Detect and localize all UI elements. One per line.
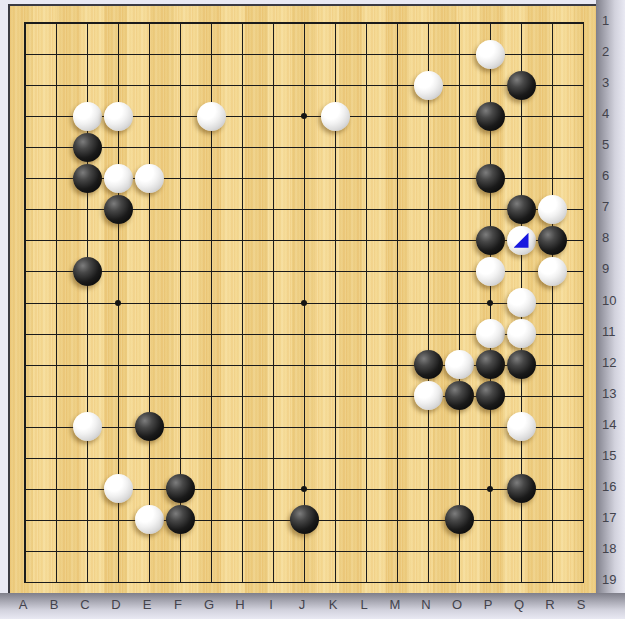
board-point-R17[interactable] (537, 504, 568, 535)
board-point-D6[interactable] (103, 163, 134, 194)
board-point-N16[interactable] (413, 473, 444, 504)
board-point-B18[interactable] (41, 535, 72, 566)
board-point-P4[interactable] (475, 101, 506, 132)
board-point-L7[interactable] (351, 194, 382, 225)
board-point-N2[interactable] (413, 39, 444, 70)
board-point-S3[interactable] (568, 70, 599, 101)
board-point-K12[interactable] (320, 349, 351, 380)
stone-black-P4[interactable] (476, 102, 505, 131)
board-point-K4[interactable] (320, 101, 351, 132)
board-point-G7[interactable] (196, 194, 227, 225)
stone-black-E14[interactable] (135, 412, 164, 441)
board-point-F18[interactable] (165, 535, 196, 566)
stone-white-G4[interactable] (197, 102, 226, 131)
board-point-F15[interactable] (165, 442, 196, 473)
board-point-A1[interactable] (10, 8, 41, 39)
board-point-N12[interactable] (413, 349, 444, 380)
board-point-C5[interactable] (72, 132, 103, 163)
board-point-J8[interactable] (289, 225, 320, 256)
board-point-D15[interactable] (103, 442, 134, 473)
board-point-R18[interactable] (537, 535, 568, 566)
board-point-G18[interactable] (196, 535, 227, 566)
board-point-C17[interactable] (72, 504, 103, 535)
board-point-P3[interactable] (475, 70, 506, 101)
board-point-Q3[interactable] (506, 70, 537, 101)
board-point-O8[interactable] (444, 225, 475, 256)
board-point-A7[interactable] (10, 194, 41, 225)
board-point-G14[interactable] (196, 411, 227, 442)
board-point-L11[interactable] (351, 318, 382, 349)
board-point-J1[interactable] (289, 8, 320, 39)
board-point-Q16[interactable] (506, 473, 537, 504)
stone-white-D4[interactable] (104, 102, 133, 131)
board-point-D17[interactable] (103, 504, 134, 535)
board-point-R10[interactable] (537, 287, 568, 318)
board-point-O5[interactable] (444, 132, 475, 163)
board-point-G11[interactable] (196, 318, 227, 349)
board-point-M15[interactable] (382, 442, 413, 473)
board-point-F13[interactable] (165, 380, 196, 411)
board-point-F7[interactable] (165, 194, 196, 225)
board-point-C7[interactable] (72, 194, 103, 225)
board-point-A11[interactable] (10, 318, 41, 349)
board-point-R6[interactable] (537, 163, 568, 194)
board-point-H9[interactable] (227, 256, 258, 287)
board-point-M7[interactable] (382, 194, 413, 225)
stone-black-P6[interactable] (476, 164, 505, 193)
board-point-S8[interactable] (568, 225, 599, 256)
board-point-K1[interactable] (320, 8, 351, 39)
board-point-D2[interactable] (103, 39, 134, 70)
stone-black-P8[interactable] (476, 226, 505, 255)
board-point-R7[interactable] (537, 194, 568, 225)
board-point-H18[interactable] (227, 535, 258, 566)
stone-black-Q7[interactable] (507, 195, 536, 224)
board-point-M16[interactable] (382, 473, 413, 504)
board-point-R5[interactable] (537, 132, 568, 163)
board-point-J5[interactable] (289, 132, 320, 163)
board-point-F4[interactable] (165, 101, 196, 132)
board-point-K2[interactable] (320, 39, 351, 70)
board-point-Q1[interactable] (506, 8, 537, 39)
board-point-E11[interactable] (134, 318, 165, 349)
board-point-M9[interactable] (382, 256, 413, 287)
board-point-C10[interactable] (72, 287, 103, 318)
board-point-N6[interactable] (413, 163, 444, 194)
board-point-F11[interactable] (165, 318, 196, 349)
stone-white-N3[interactable] (414, 71, 443, 100)
stone-white-Q14[interactable] (507, 412, 536, 441)
stone-black-P12[interactable] (476, 350, 505, 379)
board-point-I3[interactable] (258, 70, 289, 101)
stone-white-K4[interactable] (321, 102, 350, 131)
stone-white-R9[interactable] (538, 257, 567, 286)
board-point-O14[interactable] (444, 411, 475, 442)
board-point-I16[interactable] (258, 473, 289, 504)
board-point-O11[interactable] (444, 318, 475, 349)
stone-white-D16[interactable] (104, 474, 133, 503)
board-point-L1[interactable] (351, 8, 382, 39)
board-point-S16[interactable] (568, 473, 599, 504)
board-point-R13[interactable] (537, 380, 568, 411)
board-point-H6[interactable] (227, 163, 258, 194)
board-point-N15[interactable] (413, 442, 444, 473)
board-point-H2[interactable] (227, 39, 258, 70)
board-point-I7[interactable] (258, 194, 289, 225)
board-point-J13[interactable] (289, 380, 320, 411)
board-point-O4[interactable] (444, 101, 475, 132)
board-point-H5[interactable] (227, 132, 258, 163)
board-point-Q14[interactable] (506, 411, 537, 442)
board-point-K7[interactable] (320, 194, 351, 225)
board-point-C9[interactable] (72, 256, 103, 287)
board-point-I15[interactable] (258, 442, 289, 473)
board-point-C1[interactable] (72, 8, 103, 39)
board-point-I1[interactable] (258, 8, 289, 39)
board-point-N7[interactable] (413, 194, 444, 225)
board-point-E15[interactable] (134, 442, 165, 473)
board-point-D7[interactable] (103, 194, 134, 225)
board-point-B5[interactable] (41, 132, 72, 163)
board-point-E8[interactable] (134, 225, 165, 256)
board-point-N1[interactable] (413, 8, 444, 39)
board-point-P14[interactable] (475, 411, 506, 442)
board-point-F5[interactable] (165, 132, 196, 163)
board-point-L18[interactable] (351, 535, 382, 566)
board-point-A17[interactable] (10, 504, 41, 535)
board-point-P1[interactable] (475, 8, 506, 39)
board-point-H4[interactable] (227, 101, 258, 132)
board-point-E9[interactable] (134, 256, 165, 287)
board-point-J15[interactable] (289, 442, 320, 473)
board-point-H15[interactable] (227, 442, 258, 473)
board-point-B9[interactable] (41, 256, 72, 287)
board-point-R9[interactable] (537, 256, 568, 287)
board-point-F17[interactable] (165, 504, 196, 535)
board-point-E14[interactable] (134, 411, 165, 442)
board-point-H12[interactable] (227, 349, 258, 380)
board-point-R16[interactable] (537, 473, 568, 504)
board-point-B14[interactable] (41, 411, 72, 442)
board-point-C13[interactable] (72, 380, 103, 411)
board-point-E1[interactable] (134, 8, 165, 39)
board-point-S4[interactable] (568, 101, 599, 132)
board-point-A9[interactable] (10, 256, 41, 287)
board-point-B3[interactable] (41, 70, 72, 101)
board-point-K5[interactable] (320, 132, 351, 163)
board-point-R1[interactable] (537, 8, 568, 39)
board-point-C12[interactable] (72, 349, 103, 380)
board-point-C8[interactable] (72, 225, 103, 256)
board-point-F2[interactable] (165, 39, 196, 70)
board-point-C15[interactable] (72, 442, 103, 473)
board-point-L4[interactable] (351, 101, 382, 132)
board-point-G6[interactable] (196, 163, 227, 194)
board-point-J4[interactable] (289, 101, 320, 132)
board-point-D14[interactable] (103, 411, 134, 442)
board-point-I6[interactable] (258, 163, 289, 194)
board-point-J12[interactable] (289, 349, 320, 380)
board-point-D3[interactable] (103, 70, 134, 101)
board-point-S13[interactable] (568, 380, 599, 411)
board-point-B10[interactable] (41, 287, 72, 318)
board-point-Q12[interactable] (506, 349, 537, 380)
board-point-S5[interactable] (568, 132, 599, 163)
board-point-Q6[interactable] (506, 163, 537, 194)
board-point-S14[interactable] (568, 411, 599, 442)
board-point-L2[interactable] (351, 39, 382, 70)
board-point-L3[interactable] (351, 70, 382, 101)
board-point-L8[interactable] (351, 225, 382, 256)
board-point-F6[interactable] (165, 163, 196, 194)
board-point-M13[interactable] (382, 380, 413, 411)
board-point-A5[interactable] (10, 132, 41, 163)
board-point-S15[interactable] (568, 442, 599, 473)
board-point-E4[interactable] (134, 101, 165, 132)
board-point-B15[interactable] (41, 442, 72, 473)
board-point-M4[interactable] (382, 101, 413, 132)
board-point-B11[interactable] (41, 318, 72, 349)
board-point-G9[interactable] (196, 256, 227, 287)
board-point-B17[interactable] (41, 504, 72, 535)
board-point-R2[interactable] (537, 39, 568, 70)
stone-black-O17[interactable] (445, 505, 474, 534)
board-point-P8[interactable] (475, 225, 506, 256)
board-point-I8[interactable] (258, 225, 289, 256)
board-point-K17[interactable] (320, 504, 351, 535)
board-point-D18[interactable] (103, 535, 134, 566)
board-point-C16[interactable] (72, 473, 103, 504)
board-point-S12[interactable] (568, 349, 599, 380)
board-point-E18[interactable] (134, 535, 165, 566)
board-point-Q7[interactable] (506, 194, 537, 225)
board-point-M5[interactable] (382, 132, 413, 163)
board-point-L9[interactable] (351, 256, 382, 287)
board-point-N5[interactable] (413, 132, 444, 163)
board-point-M6[interactable] (382, 163, 413, 194)
stone-white-O12[interactable] (445, 350, 474, 379)
board-point-A2[interactable] (10, 39, 41, 70)
stone-black-F17[interactable] (166, 505, 195, 534)
board-point-C18[interactable] (72, 535, 103, 566)
board-point-M17[interactable] (382, 504, 413, 535)
board-point-K10[interactable] (320, 287, 351, 318)
board-point-C11[interactable] (72, 318, 103, 349)
board-point-A14[interactable] (10, 411, 41, 442)
stone-white-E6[interactable] (135, 164, 164, 193)
board-point-D5[interactable] (103, 132, 134, 163)
stone-white-Q11[interactable] (507, 319, 536, 348)
board-point-O1[interactable] (444, 8, 475, 39)
board-point-P12[interactable] (475, 349, 506, 380)
board-point-B12[interactable] (41, 349, 72, 380)
board-point-J14[interactable] (289, 411, 320, 442)
board-point-M1[interactable] (382, 8, 413, 39)
board-point-N11[interactable] (413, 318, 444, 349)
stone-black-N12[interactable] (414, 350, 443, 379)
board-point-R12[interactable] (537, 349, 568, 380)
stone-white-D6[interactable] (104, 164, 133, 193)
board-point-F1[interactable] (165, 8, 196, 39)
board-point-S18[interactable] (568, 535, 599, 566)
board-point-L5[interactable] (351, 132, 382, 163)
board-point-A16[interactable] (10, 473, 41, 504)
board-point-K8[interactable] (320, 225, 351, 256)
board-point-O15[interactable] (444, 442, 475, 473)
board-point-I11[interactable] (258, 318, 289, 349)
board-point-E7[interactable] (134, 194, 165, 225)
board-point-F9[interactable] (165, 256, 196, 287)
board-point-S6[interactable] (568, 163, 599, 194)
board-point-G13[interactable] (196, 380, 227, 411)
board-point-S10[interactable] (568, 287, 599, 318)
stone-white-C14[interactable] (73, 412, 102, 441)
board-point-J3[interactable] (289, 70, 320, 101)
board-point-H8[interactable] (227, 225, 258, 256)
board-point-E2[interactable] (134, 39, 165, 70)
board-point-O9[interactable] (444, 256, 475, 287)
board-point-D11[interactable] (103, 318, 134, 349)
board-point-J11[interactable] (289, 318, 320, 349)
board-point-E16[interactable] (134, 473, 165, 504)
board-point-M18[interactable] (382, 535, 413, 566)
board-point-M8[interactable] (382, 225, 413, 256)
board-point-Q4[interactable] (506, 101, 537, 132)
board-point-O12[interactable] (444, 349, 475, 380)
board-point-N3[interactable] (413, 70, 444, 101)
board-point-I5[interactable] (258, 132, 289, 163)
board-point-F16[interactable] (165, 473, 196, 504)
board-point-Q2[interactable] (506, 39, 537, 70)
board-point-M14[interactable] (382, 411, 413, 442)
board-point-P13[interactable] (475, 380, 506, 411)
board-point-O2[interactable] (444, 39, 475, 70)
board-point-Q18[interactable] (506, 535, 537, 566)
board-point-I17[interactable] (258, 504, 289, 535)
board-point-H7[interactable] (227, 194, 258, 225)
stone-white-N13[interactable] (414, 381, 443, 410)
board-point-A15[interactable] (10, 442, 41, 473)
board-point-H14[interactable] (227, 411, 258, 442)
stone-black-Q3[interactable] (507, 71, 536, 100)
board-point-O3[interactable] (444, 70, 475, 101)
board-point-L13[interactable] (351, 380, 382, 411)
board-point-S7[interactable] (568, 194, 599, 225)
board-point-E13[interactable] (134, 380, 165, 411)
stone-white-R7[interactable] (538, 195, 567, 224)
board-point-S17[interactable] (568, 504, 599, 535)
board-point-H13[interactable] (227, 380, 258, 411)
board-point-O13[interactable] (444, 380, 475, 411)
board-point-C3[interactable] (72, 70, 103, 101)
board-point-R4[interactable] (537, 101, 568, 132)
board-point-F8[interactable] (165, 225, 196, 256)
board-point-P7[interactable] (475, 194, 506, 225)
board-point-B13[interactable] (41, 380, 72, 411)
board-point-E5[interactable] (134, 132, 165, 163)
board-point-I2[interactable] (258, 39, 289, 70)
stone-black-Q12[interactable] (507, 350, 536, 379)
board-point-M2[interactable] (382, 39, 413, 70)
board-point-L10[interactable] (351, 287, 382, 318)
board-point-H17[interactable] (227, 504, 258, 535)
board-point-G16[interactable] (196, 473, 227, 504)
board-point-D1[interactable] (103, 8, 134, 39)
board-point-I18[interactable] (258, 535, 289, 566)
board-point-N10[interactable] (413, 287, 444, 318)
board-point-O16[interactable] (444, 473, 475, 504)
board-point-A4[interactable] (10, 101, 41, 132)
board-point-E17[interactable] (134, 504, 165, 535)
board-point-B6[interactable] (41, 163, 72, 194)
board-point-E10[interactable] (134, 287, 165, 318)
board-point-O6[interactable] (444, 163, 475, 194)
board-point-P10[interactable] (475, 287, 506, 318)
board-point-G1[interactable] (196, 8, 227, 39)
board-point-G4[interactable] (196, 101, 227, 132)
board-point-J9[interactable] (289, 256, 320, 287)
board-point-H3[interactable] (227, 70, 258, 101)
board-point-P15[interactable] (475, 442, 506, 473)
board-point-J7[interactable] (289, 194, 320, 225)
board-point-F10[interactable] (165, 287, 196, 318)
board-point-M10[interactable] (382, 287, 413, 318)
board-point-Q9[interactable] (506, 256, 537, 287)
board-point-G2[interactable] (196, 39, 227, 70)
board-point-G17[interactable] (196, 504, 227, 535)
board-point-N18[interactable] (413, 535, 444, 566)
board-point-L6[interactable] (351, 163, 382, 194)
board-point-R3[interactable] (537, 70, 568, 101)
board-point-Q11[interactable] (506, 318, 537, 349)
board-point-Q13[interactable] (506, 380, 537, 411)
board-point-S1[interactable] (568, 8, 599, 39)
board-point-K3[interactable] (320, 70, 351, 101)
board-point-M3[interactable] (382, 70, 413, 101)
board-point-S11[interactable] (568, 318, 599, 349)
board-point-F12[interactable] (165, 349, 196, 380)
board-point-E12[interactable] (134, 349, 165, 380)
stone-black-C5[interactable] (73, 133, 102, 162)
board-point-O17[interactable] (444, 504, 475, 535)
board-point-I12[interactable] (258, 349, 289, 380)
board-point-I14[interactable] (258, 411, 289, 442)
board-point-K11[interactable] (320, 318, 351, 349)
board-point-O18[interactable] (444, 535, 475, 566)
board-point-N4[interactable] (413, 101, 444, 132)
stone-white-P9[interactable] (476, 257, 505, 286)
board-point-K9[interactable] (320, 256, 351, 287)
board-point-A3[interactable] (10, 70, 41, 101)
stone-black-C6[interactable] (73, 164, 102, 193)
board-point-A13[interactable] (10, 380, 41, 411)
board-point-F3[interactable] (165, 70, 196, 101)
board-point-O10[interactable] (444, 287, 475, 318)
board-point-Q17[interactable] (506, 504, 537, 535)
board-point-P6[interactable] (475, 163, 506, 194)
board-point-K6[interactable] (320, 163, 351, 194)
board-point-P17[interactable] (475, 504, 506, 535)
board-point-E3[interactable] (134, 70, 165, 101)
board-point-J2[interactable] (289, 39, 320, 70)
board-point-P11[interactable] (475, 318, 506, 349)
board-point-B16[interactable] (41, 473, 72, 504)
board-point-J17[interactable] (289, 504, 320, 535)
stone-white-Q10[interactable] (507, 288, 536, 317)
stone-white-P11[interactable] (476, 319, 505, 348)
board-point-A18[interactable] (10, 535, 41, 566)
board-point-N13[interactable] (413, 380, 444, 411)
